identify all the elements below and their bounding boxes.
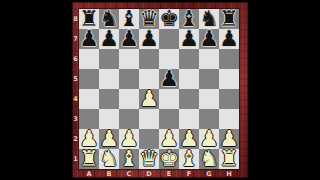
square-b3[interactable] [99,109,119,129]
square-h8[interactable]: ♜ [219,9,239,29]
file-labels: ABCDEFGH [79,169,239,178]
square-b2[interactable]: ♟ [99,129,119,149]
square-e2[interactable]: ♟ [159,129,179,149]
piece-black-bishop-f8[interactable]: ♝ [179,9,199,29]
rank-label-8: 8 [72,9,79,29]
file-label-a: A [79,169,99,178]
square-g1[interactable]: ♞ [199,149,219,169]
piece-white-pawn-c2[interactable]: ♟ [119,129,139,149]
square-e4[interactable] [159,89,179,109]
piece-white-knight-g1[interactable]: ♞ [199,149,219,169]
square-a1[interactable]: ♜ [79,149,99,169]
file-label-c: C [119,169,139,178]
square-g3[interactable] [199,109,219,129]
piece-black-knight-g8[interactable]: ♞ [199,9,219,29]
square-h4[interactable] [219,89,239,109]
square-b6[interactable] [99,49,119,69]
square-e1[interactable]: ♚ [159,149,179,169]
piece-black-pawn-c7[interactable]: ♟ [119,29,139,49]
square-d5[interactable] [139,69,159,89]
piece-white-pawn-a2[interactable]: ♟ [79,129,99,149]
square-f7[interactable]: ♟ [179,29,199,49]
piece-black-bishop-c8[interactable]: ♝ [119,9,139,29]
piece-black-queen-d8[interactable]: ♛ [139,9,159,29]
square-c5[interactable] [119,69,139,89]
piece-white-pawn-h2[interactable]: ♟ [219,129,239,149]
video-frame: 87654321 ♜♞♝♛♚♝♞♜♟♟♟♟♟♟♟♟♟♟♟♟♟♟♟♟♜♞♝♛♚♝♞… [0,0,320,180]
square-a2[interactable]: ♟ [79,129,99,149]
square-b1[interactable]: ♞ [99,149,119,169]
square-c6[interactable] [119,49,139,69]
piece-white-rook-a1[interactable]: ♜ [79,149,99,169]
square-e3[interactable] [159,109,179,129]
piece-white-bishop-c1[interactable]: ♝ [119,149,139,169]
square-d6[interactable] [139,49,159,69]
piece-black-pawn-g7[interactable]: ♟ [199,29,219,49]
square-e5[interactable]: ♟ [159,69,179,89]
rank-label-2: 2 [72,129,79,149]
square-f2[interactable]: ♟ [179,129,199,149]
piece-black-king-e8[interactable]: ♚ [159,9,179,29]
file-label-f: F [179,169,199,178]
file-label-g: G [199,169,219,178]
square-d2[interactable] [139,129,159,149]
square-f4[interactable] [179,89,199,109]
square-b5[interactable] [99,69,119,89]
piece-black-pawn-h7[interactable]: ♟ [219,29,239,49]
square-g7[interactable]: ♟ [199,29,219,49]
piece-white-pawn-e2[interactable]: ♟ [159,129,179,149]
piece-white-knight-b1[interactable]: ♞ [99,149,119,169]
file-label-h: H [219,169,239,178]
square-g2[interactable]: ♟ [199,129,219,149]
piece-white-bishop-f1[interactable]: ♝ [179,149,199,169]
square-d3[interactable] [139,109,159,129]
rank-label-4: 4 [72,89,79,109]
square-f6[interactable] [179,49,199,69]
piece-white-queen-d1[interactable]: ♛ [139,149,159,169]
square-d1[interactable]: ♛ [139,149,159,169]
square-a3[interactable] [79,109,99,129]
piece-white-pawn-f2[interactable]: ♟ [179,129,199,149]
piece-white-pawn-b2[interactable]: ♟ [99,129,119,149]
piece-black-pawn-d7[interactable]: ♟ [139,29,159,49]
piece-white-rook-h1[interactable]: ♜ [219,149,239,169]
square-c8[interactable]: ♝ [119,9,139,29]
square-b4[interactable] [99,89,119,109]
square-a4[interactable] [79,89,99,109]
piece-black-rook-h8[interactable]: ♜ [219,9,239,29]
rank-label-1: 1 [72,149,79,169]
square-e6[interactable] [159,49,179,69]
chess-board[interactable]: ♜♞♝♛♚♝♞♜♟♟♟♟♟♟♟♟♟♟♟♟♟♟♟♟♜♞♝♛♚♝♞♜ [79,9,239,169]
square-d7[interactable]: ♟ [139,29,159,49]
square-f8[interactable]: ♝ [179,9,199,29]
square-f3[interactable] [179,109,199,129]
piece-black-knight-b8[interactable]: ♞ [99,9,119,29]
square-g4[interactable] [199,89,219,109]
piece-black-pawn-f7[interactable]: ♟ [179,29,199,49]
square-h7[interactable]: ♟ [219,29,239,49]
square-g5[interactable] [199,69,219,89]
square-e7[interactable] [159,29,179,49]
rank-label-7: 7 [72,29,79,49]
square-g8[interactable]: ♞ [199,9,219,29]
piece-black-pawn-a7[interactable]: ♟ [79,29,99,49]
square-c3[interactable] [119,109,139,129]
piece-white-pawn-d4[interactable]: ♟ [139,89,159,109]
board-frame: 87654321 ♜♞♝♛♚♝♞♜♟♟♟♟♟♟♟♟♟♟♟♟♟♟♟♟♜♞♝♛♚♝♞… [72,2,248,178]
square-g6[interactable] [199,49,219,69]
rank-label-6: 6 [72,49,79,69]
square-c2[interactable]: ♟ [119,129,139,149]
file-label-d: D [139,169,159,178]
square-c1[interactable]: ♝ [119,149,139,169]
square-d4[interactable]: ♟ [139,89,159,109]
square-h1[interactable]: ♜ [219,149,239,169]
square-a5[interactable] [79,69,99,89]
square-a6[interactable] [79,49,99,69]
piece-black-pawn-e5[interactable]: ♟ [159,69,179,89]
piece-white-king-e1[interactable]: ♚ [159,149,179,169]
square-c7[interactable]: ♟ [119,29,139,49]
square-a7[interactable]: ♟ [79,29,99,49]
file-label-e: E [159,169,179,178]
square-e8[interactable]: ♚ [159,9,179,29]
square-h6[interactable] [219,49,239,69]
piece-black-rook-a8[interactable]: ♜ [79,9,99,29]
square-f5[interactable] [179,69,199,89]
file-label-b: B [99,169,119,178]
square-a8[interactable]: ♜ [79,9,99,29]
piece-black-pawn-b7[interactable]: ♟ [99,29,119,49]
rank-label-5: 5 [72,69,79,89]
square-b8[interactable]: ♞ [99,9,119,29]
rank-label-3: 3 [72,109,79,129]
square-b7[interactable]: ♟ [99,29,119,49]
square-f1[interactable]: ♝ [179,149,199,169]
square-h3[interactable] [219,109,239,129]
piece-white-pawn-g2[interactable]: ♟ [199,129,219,149]
square-h2[interactable]: ♟ [219,129,239,149]
square-h5[interactable] [219,69,239,89]
rank-labels: 87654321 [72,9,79,169]
square-d8[interactable]: ♛ [139,9,159,29]
square-c4[interactable] [119,89,139,109]
